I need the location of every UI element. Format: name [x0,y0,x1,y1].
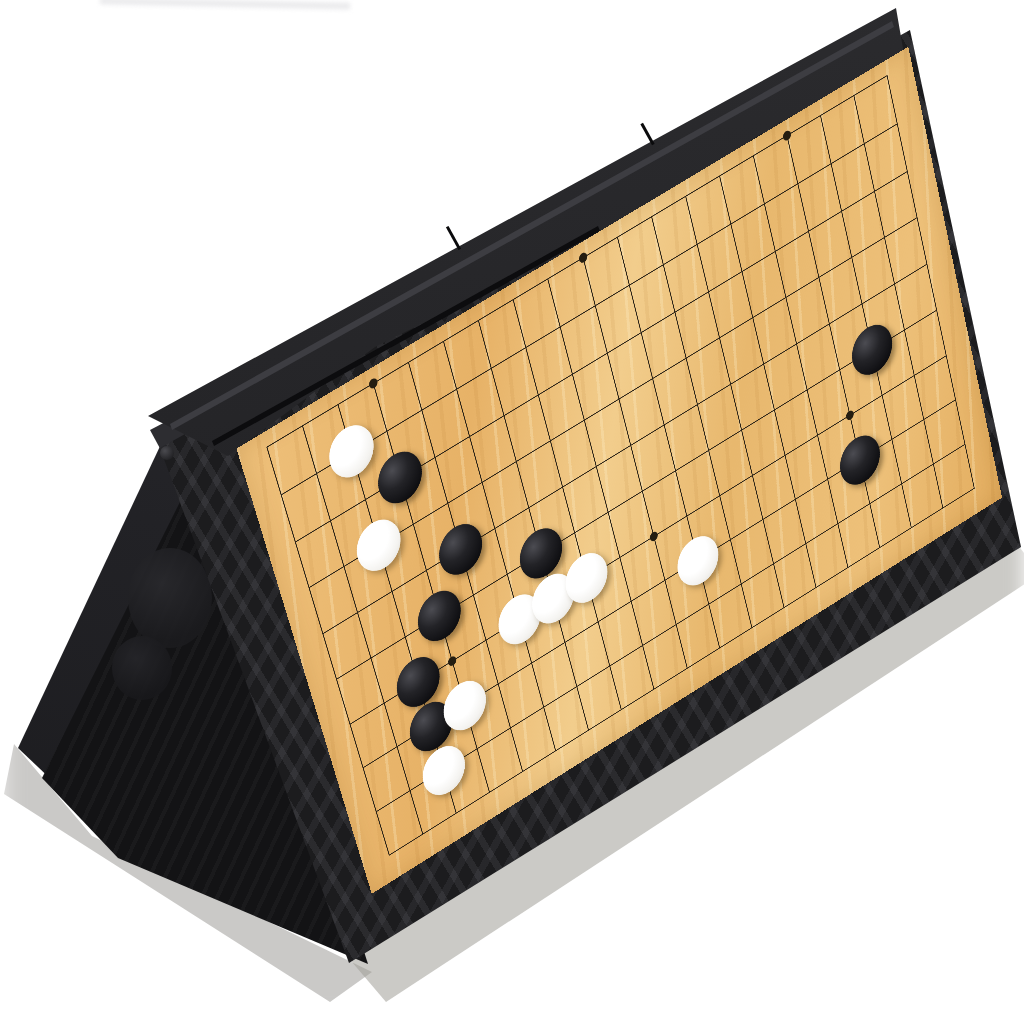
hinge-pin [160,446,174,460]
hinge-knuckle-seam [640,123,654,145]
stored-stone-shape [112,636,172,700]
photo-edge-artifact [100,0,350,10]
product-photo-scene [0,0,1024,1024]
hinge-knuckle-seam [446,226,461,250]
stored-stone-shape [128,548,212,648]
